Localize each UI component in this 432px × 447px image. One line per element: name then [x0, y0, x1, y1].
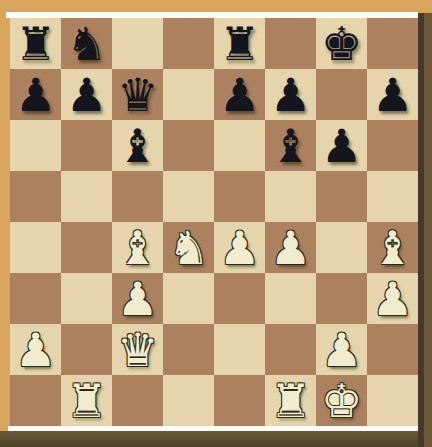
chess-board: ♜♞♜♚♟♟♛♟♟♟♝♝♟♝♞♟♟♝♟♟♟♛♟♜♜♚ [10, 18, 418, 426]
square-e1[interactable] [214, 375, 265, 426]
square-c2[interactable]: ♛ [112, 324, 163, 375]
square-d8[interactable] [163, 18, 214, 69]
square-a6[interactable] [10, 120, 61, 171]
square-c5[interactable] [112, 171, 163, 222]
white-pawn[interactable]: ♟ [10, 324, 61, 375]
square-g1[interactable]: ♚ [316, 375, 367, 426]
square-e2[interactable] [214, 324, 265, 375]
square-c7[interactable]: ♛ [112, 69, 163, 120]
square-h6[interactable] [367, 120, 418, 171]
square-b4[interactable] [61, 222, 112, 273]
white-pawn[interactable]: ♟ [316, 324, 367, 375]
board-frame-shadow-right [418, 13, 432, 447]
square-g3[interactable] [316, 273, 367, 324]
square-h5[interactable] [367, 171, 418, 222]
square-g5[interactable] [316, 171, 367, 222]
white-pawn[interactable]: ♟ [214, 222, 265, 273]
square-c1[interactable] [112, 375, 163, 426]
square-d4[interactable]: ♞ [163, 222, 214, 273]
square-d7[interactable] [163, 69, 214, 120]
square-b3[interactable] [61, 273, 112, 324]
square-f2[interactable] [265, 324, 316, 375]
board-frame-shadow-bottom [0, 431, 418, 447]
black-pawn[interactable]: ♟ [316, 120, 367, 171]
square-e7[interactable]: ♟ [214, 69, 265, 120]
black-king[interactable]: ♚ [316, 18, 367, 69]
square-a4[interactable] [10, 222, 61, 273]
white-pawn[interactable]: ♟ [265, 222, 316, 273]
white-rook[interactable]: ♜ [265, 375, 316, 426]
square-h1[interactable] [367, 375, 418, 426]
square-b5[interactable] [61, 171, 112, 222]
square-h2[interactable] [367, 324, 418, 375]
black-pawn[interactable]: ♟ [10, 69, 61, 120]
square-h8[interactable] [367, 18, 418, 69]
square-c3[interactable]: ♟ [112, 273, 163, 324]
square-a3[interactable] [10, 273, 61, 324]
square-d6[interactable] [163, 120, 214, 171]
square-g2[interactable]: ♟ [316, 324, 367, 375]
square-d2[interactable] [163, 324, 214, 375]
square-h7[interactable]: ♟ [367, 69, 418, 120]
black-queen[interactable]: ♛ [112, 69, 163, 120]
square-b6[interactable] [61, 120, 112, 171]
square-g6[interactable]: ♟ [316, 120, 367, 171]
white-queen[interactable]: ♛ [112, 324, 163, 375]
square-h3[interactable]: ♟ [367, 273, 418, 324]
square-e3[interactable] [214, 273, 265, 324]
square-d1[interactable] [163, 375, 214, 426]
square-c6[interactable]: ♝ [112, 120, 163, 171]
white-pawn[interactable]: ♟ [112, 273, 163, 324]
black-bishop[interactable]: ♝ [112, 120, 163, 171]
square-e5[interactable] [214, 171, 265, 222]
square-f4[interactable]: ♟ [265, 222, 316, 273]
white-king[interactable]: ♚ [316, 375, 367, 426]
square-c4[interactable]: ♝ [112, 222, 163, 273]
square-f7[interactable]: ♟ [265, 69, 316, 120]
square-a5[interactable] [10, 171, 61, 222]
black-knight[interactable]: ♞ [61, 18, 112, 69]
white-bishop[interactable]: ♝ [367, 222, 418, 273]
square-g7[interactable] [316, 69, 367, 120]
white-pawn[interactable]: ♟ [367, 273, 418, 324]
black-pawn[interactable]: ♟ [367, 69, 418, 120]
white-knight[interactable]: ♞ [163, 222, 214, 273]
square-a1[interactable] [10, 375, 61, 426]
black-rook[interactable]: ♜ [10, 18, 61, 69]
square-f8[interactable] [265, 18, 316, 69]
square-d5[interactable] [163, 171, 214, 222]
black-pawn[interactable]: ♟ [265, 69, 316, 120]
square-b2[interactable] [61, 324, 112, 375]
white-rook[interactable]: ♜ [61, 375, 112, 426]
square-a8[interactable]: ♜ [10, 18, 61, 69]
black-pawn[interactable]: ♟ [214, 69, 265, 120]
square-f6[interactable]: ♝ [265, 120, 316, 171]
square-a7[interactable]: ♟ [10, 69, 61, 120]
square-b8[interactable]: ♞ [61, 18, 112, 69]
square-e6[interactable] [214, 120, 265, 171]
white-bishop[interactable]: ♝ [112, 222, 163, 273]
chess-program-window: ♜♞♜♚♟♟♛♟♟♟♝♝♟♝♞♟♟♝♟♟♟♛♟♜♜♚ [0, 0, 432, 447]
square-d3[interactable] [163, 273, 214, 324]
square-h4[interactable]: ♝ [367, 222, 418, 273]
square-g8[interactable]: ♚ [316, 18, 367, 69]
square-c8[interactable] [112, 18, 163, 69]
black-bishop[interactable]: ♝ [265, 120, 316, 171]
black-pawn[interactable]: ♟ [61, 69, 112, 120]
square-f3[interactable] [265, 273, 316, 324]
black-rook[interactable]: ♜ [214, 18, 265, 69]
square-e8[interactable]: ♜ [214, 18, 265, 69]
square-f5[interactable] [265, 171, 316, 222]
square-g4[interactable] [316, 222, 367, 273]
square-a2[interactable]: ♟ [10, 324, 61, 375]
square-e4[interactable]: ♟ [214, 222, 265, 273]
square-b1[interactable]: ♜ [61, 375, 112, 426]
square-b7[interactable]: ♟ [61, 69, 112, 120]
square-f1[interactable]: ♜ [265, 375, 316, 426]
